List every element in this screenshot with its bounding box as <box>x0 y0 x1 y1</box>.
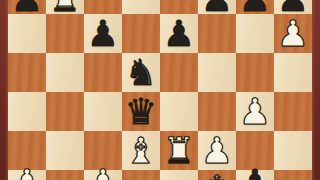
square-g6[interactable] <box>236 14 274 53</box>
piece-white-pawn-h6: ♟ <box>274 14 312 53</box>
square-c3[interactable] <box>84 131 122 170</box>
square-a7[interactable]: ♟ <box>8 0 46 14</box>
square-b4[interactable] <box>46 92 84 131</box>
square-e4[interactable] <box>160 92 198 131</box>
piece-black-queen-d4: ♛ <box>122 92 160 131</box>
square-h5[interactable] <box>274 53 312 92</box>
square-c2[interactable]: ♟ <box>84 170 122 180</box>
piece-black-knight-d5: ♞ <box>122 53 160 92</box>
square-h7[interactable]: ♟ <box>274 0 312 14</box>
square-c5[interactable] <box>84 53 122 92</box>
letterbox-right <box>312 0 320 180</box>
square-d3[interactable]: ♝ <box>122 131 160 170</box>
square-f2[interactable]: ♚ <box>198 170 236 180</box>
square-g2[interactable]: ♟ <box>236 170 274 180</box>
square-d4[interactable]: ♛ <box>122 92 160 131</box>
square-b3[interactable] <box>46 131 84 170</box>
square-a4[interactable] <box>8 92 46 131</box>
square-a3[interactable] <box>8 131 46 170</box>
square-f7[interactable]: ♟ <box>198 0 236 14</box>
piece-black-pawn-c6: ♟ <box>84 14 122 53</box>
square-b7[interactable]: ♜ <box>46 0 84 14</box>
square-c4[interactable] <box>84 92 122 131</box>
square-h3[interactable] <box>274 131 312 170</box>
square-b2[interactable] <box>46 170 84 180</box>
square-f4[interactable] <box>198 92 236 131</box>
square-d2[interactable] <box>122 170 160 180</box>
square-f6[interactable] <box>198 14 236 53</box>
square-c7[interactable] <box>84 0 122 14</box>
square-b6[interactable] <box>46 14 84 53</box>
square-c6[interactable]: ♟ <box>84 14 122 53</box>
square-h2[interactable] <box>274 170 312 180</box>
square-d6[interactable] <box>122 14 160 53</box>
square-g5[interactable] <box>236 53 274 92</box>
square-a2[interactable]: ♟ <box>8 170 46 180</box>
piece-black-pawn-e6: ♟ <box>160 14 198 53</box>
square-a5[interactable] <box>8 53 46 92</box>
square-b5[interactable] <box>46 53 84 92</box>
piece-white-king-f2: ♚ <box>198 169 236 180</box>
video-frame: ♟♜♟♟♟♟♟♟♞♛♟♝♜♟♟♟♚♟ <box>0 0 320 180</box>
square-f5[interactable] <box>198 53 236 92</box>
square-e2[interactable] <box>160 170 198 180</box>
square-g7[interactable]: ♟ <box>236 0 274 14</box>
square-a6[interactable] <box>8 14 46 53</box>
square-e7[interactable] <box>160 0 198 14</box>
square-h4[interactable] <box>274 92 312 131</box>
letterbox-left <box>0 0 8 180</box>
piece-white-pawn-f3: ♟ <box>198 131 236 170</box>
square-e3[interactable]: ♜ <box>160 131 198 170</box>
piece-white-pawn-g4: ♟ <box>236 92 274 131</box>
piece-white-bishop-d3: ♝ <box>122 131 160 170</box>
square-d5[interactable]: ♞ <box>122 53 160 92</box>
square-d7[interactable] <box>122 0 160 14</box>
chess-board[interactable]: ♟♜♟♟♟♟♟♟♞♛♟♝♜♟♟♟♚♟ <box>8 0 312 180</box>
square-g3[interactable] <box>236 131 274 170</box>
square-f3[interactable]: ♟ <box>198 131 236 170</box>
square-e6[interactable]: ♟ <box>160 14 198 53</box>
square-g4[interactable]: ♟ <box>236 92 274 131</box>
square-e5[interactable] <box>160 53 198 92</box>
square-h6[interactable]: ♟ <box>274 14 312 53</box>
piece-white-rook-e3: ♜ <box>160 131 198 170</box>
